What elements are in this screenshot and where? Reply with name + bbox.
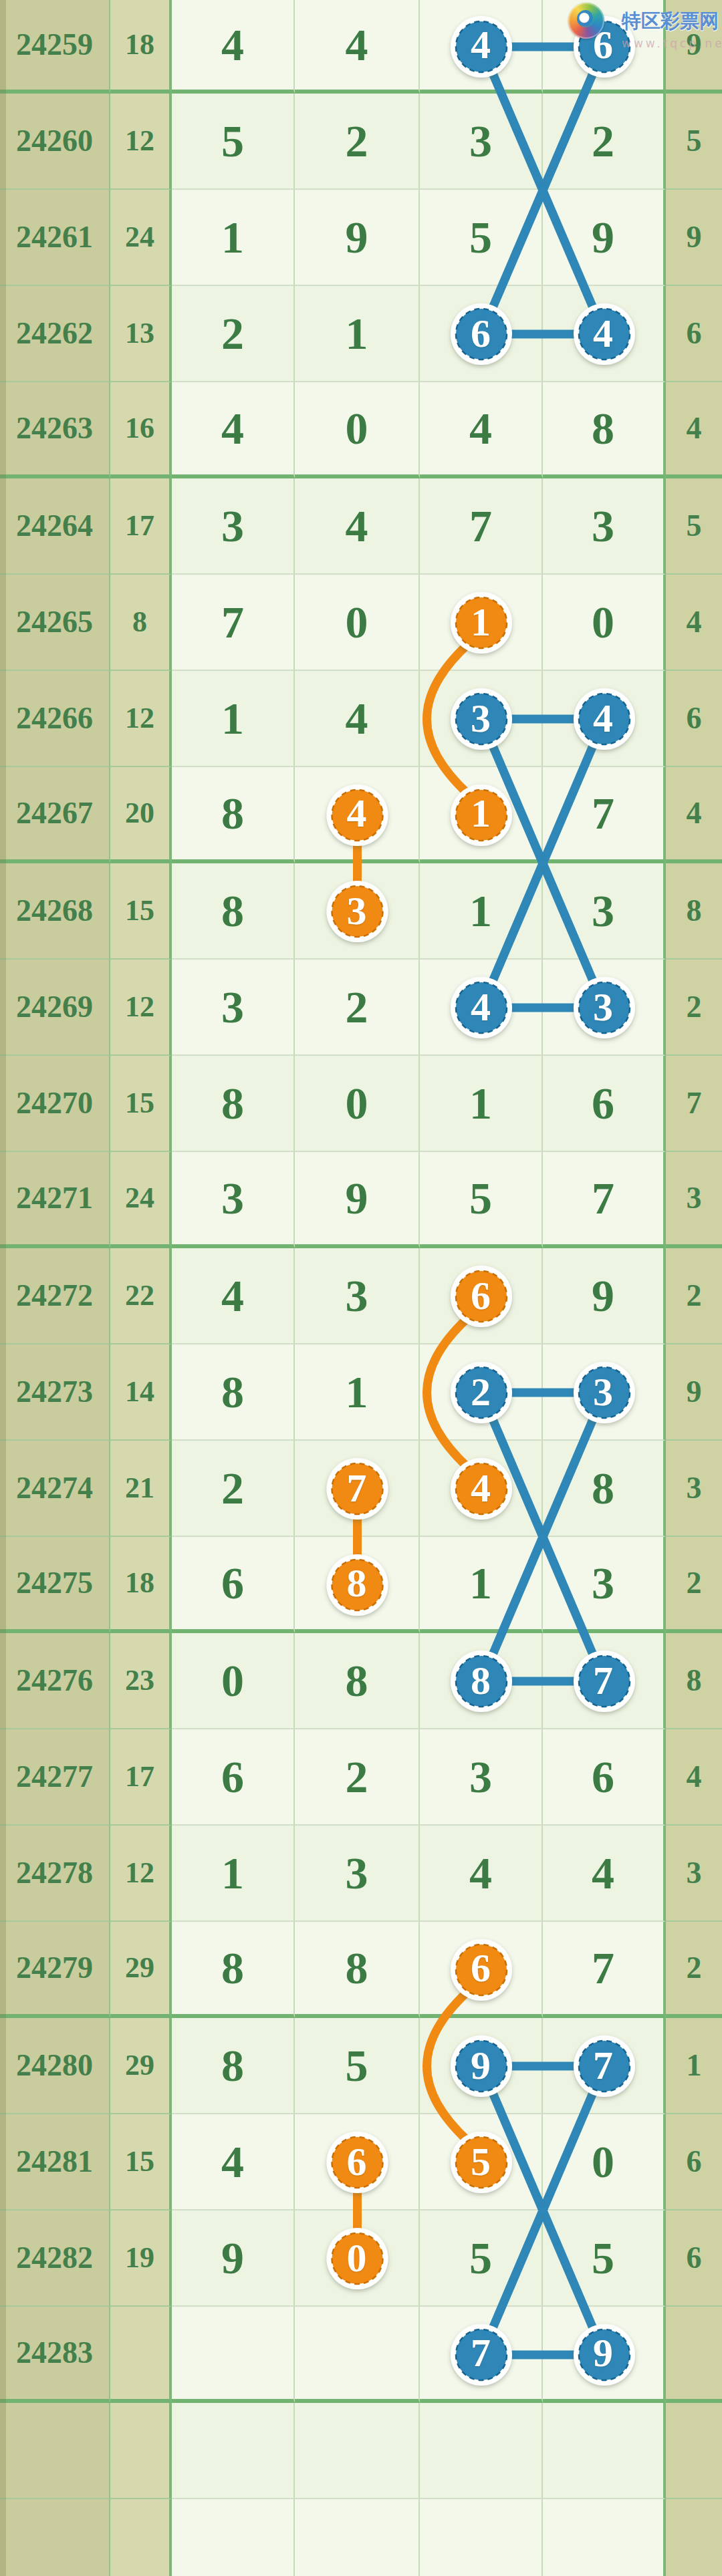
tail-digit-cell: 3 — [666, 1152, 722, 1248]
orange-circled-digit: 3 — [347, 891, 367, 931]
sum-cell: 15 — [110, 1056, 172, 1152]
cell-text: 24280 — [16, 2050, 93, 2081]
digit-cell: 3 — [420, 1729, 543, 1826]
digit-cell: 7 — [420, 2307, 543, 2403]
digit-cell: 0 — [172, 1633, 295, 1729]
tail-digit-cell: 6 — [666, 2210, 722, 2307]
cell-text: 24282 — [16, 2243, 93, 2273]
orange-circled-digit: 6 — [471, 1276, 491, 1316]
sum-cell: 22 — [110, 1248, 172, 1344]
empty-cell — [420, 2499, 543, 2576]
tail-digit-cell: 2 — [666, 1248, 722, 1344]
cell-text: 24276 — [16, 1665, 93, 1696]
digit-cell: 6 — [295, 2114, 420, 2210]
cell-text: 6 — [687, 318, 702, 349]
cell-text: 8 — [132, 607, 147, 637]
digit-cell: 5 — [543, 2210, 666, 2307]
digit-cell: 0 — [543, 2114, 666, 2210]
tail-digit-cell: 5 — [666, 94, 722, 190]
digit-cell: 3 — [543, 1344, 666, 1441]
digit-cell: 6 — [172, 1537, 295, 1633]
cell-text: 0 — [221, 1658, 244, 1703]
cell-text: 8 — [346, 1945, 368, 1991]
cell-text: 18 — [125, 1568, 154, 1598]
digit-cell: 6 — [420, 286, 543, 382]
orange-circled-digit: 8 — [347, 1563, 367, 1603]
cell-text: 8 — [687, 1665, 702, 1696]
digit-cell: 6 — [543, 1729, 666, 1826]
cell-text: 3 — [221, 503, 244, 549]
sum-cell: 13 — [110, 286, 172, 382]
digit-cell: 4 — [172, 382, 295, 478]
cell-text: 8 — [221, 2043, 244, 2088]
cell-text: 6 — [592, 1754, 614, 1800]
cell-text: 12 — [125, 992, 154, 1022]
period-cell: 24264 — [0, 478, 110, 575]
digit-cell: 6 — [543, 1056, 666, 1152]
cell-text: 7 — [592, 1175, 614, 1221]
period-cell: 24269 — [0, 960, 110, 1056]
digit-cell: 7 — [420, 478, 543, 575]
tail-digit-cell: 5 — [666, 478, 722, 575]
digit-cell: 8 — [172, 767, 295, 863]
digit-cell: 7 — [543, 1633, 666, 1729]
cell-text: 6 — [592, 1081, 614, 1126]
cell-text: 24261 — [16, 222, 93, 253]
cell-text: 5 — [592, 2235, 614, 2281]
sum-cell: 12 — [110, 94, 172, 190]
digit-cell: 4 — [172, 1248, 295, 1344]
sum-cell: 15 — [110, 863, 172, 960]
sum-cell: 29 — [110, 2018, 172, 2114]
period-cell: 24267 — [0, 767, 110, 863]
digit-cell: 1 — [420, 1056, 543, 1152]
cell-text: 9 — [346, 214, 368, 260]
digit-cell: 4 — [295, 478, 420, 575]
digit-cell: 4 — [295, 767, 420, 863]
digit-cell: 0 — [295, 575, 420, 671]
cell-text: 2 — [346, 1754, 368, 1800]
cell-text: 24 — [125, 223, 154, 252]
cell-text: 4 — [346, 696, 368, 741]
sum-cell: 15 — [110, 2114, 172, 2210]
tail-digit-cell: 3 — [666, 1441, 722, 1537]
digit-cell: 5 — [295, 2018, 420, 2114]
cell-text: 9 — [687, 222, 702, 253]
sum-cell: 12 — [110, 671, 172, 767]
digit-cell: 7 — [543, 1152, 666, 1248]
digit-cell: 0 — [295, 382, 420, 478]
period-cell: 24265 — [0, 575, 110, 671]
cell-text: 1 — [687, 2050, 702, 2081]
cell-text: 29 — [125, 1953, 154, 1983]
cell-text: 24260 — [16, 126, 93, 156]
blue-circled-digit: 2 — [471, 1372, 491, 1412]
tail-digit-cell: 8 — [666, 1633, 722, 1729]
tail-digit-cell: 6 — [666, 286, 722, 382]
empty-cell — [172, 2499, 295, 2576]
cell-text: 24264 — [16, 511, 93, 541]
digit-cell: 8 — [172, 2018, 295, 2114]
cell-text: 12 — [125, 1858, 154, 1888]
cell-text: 21 — [125, 1473, 154, 1503]
digit-cell: 1 — [172, 190, 295, 286]
cell-text: 15 — [125, 2147, 154, 2176]
site-watermark-text: 特区彩票网 www.tqcp.net — [622, 8, 722, 50]
digit-cell: 8 — [172, 1056, 295, 1152]
cell-text: 8 — [592, 406, 614, 451]
period-cell: 24261 — [0, 190, 110, 286]
cell-text: 9 — [592, 1273, 614, 1318]
digit-cell: 3 — [295, 1248, 420, 1344]
cell-text: 19 — [125, 2243, 154, 2273]
sum-cell: 23 — [110, 1633, 172, 1729]
cell-text: 0 — [346, 406, 368, 451]
cell-text: 24268 — [16, 895, 93, 926]
digit-cell: 3 — [172, 1152, 295, 1248]
site-logo-icon — [568, 3, 604, 39]
cell-text: 4 — [592, 1850, 614, 1896]
tail-digit-cell: 4 — [666, 382, 722, 478]
cell-text: 3 — [592, 888, 614, 934]
period-cell: 24263 — [0, 382, 110, 478]
cell-text: 8 — [346, 1658, 368, 1703]
digit-cell: 6 — [420, 1248, 543, 1344]
cell-text: 1 — [221, 214, 244, 260]
cell-text: 6 — [687, 2243, 702, 2273]
digit-cell: 4 — [172, 0, 295, 94]
sum-cell: 24 — [110, 1152, 172, 1248]
cell-text: 24278 — [16, 1858, 93, 1888]
orange-circled-digit: 4 — [471, 1468, 491, 1508]
digit-cell: 2 — [543, 94, 666, 190]
cell-text: 24263 — [16, 413, 93, 444]
orange-circled-digit: 6 — [347, 2142, 367, 2182]
cell-text: 20 — [125, 799, 154, 828]
cell-text: 2 — [221, 311, 244, 356]
digit-cell: 7 — [172, 575, 295, 671]
digit-cell: 5 — [172, 94, 295, 190]
cell-text: 4 — [687, 1761, 702, 1792]
orange-circled-digit: 6 — [471, 1948, 491, 1988]
site-url: www.tqcp.net — [622, 37, 722, 50]
digit-cell: 3 — [172, 478, 295, 575]
cell-text: 4 — [221, 22, 244, 67]
blue-circled-digit: 3 — [593, 1372, 613, 1412]
cell-text: 1 — [346, 1369, 368, 1415]
digit-cell: 9 — [295, 190, 420, 286]
digit-cell: 4 — [420, 1826, 543, 1922]
trend-grid: 2425918444692426012523252426124195992426… — [0, 0, 722, 2576]
orange-circled-digit: 0 — [347, 2238, 367, 2278]
digit-cell: 7 — [543, 2018, 666, 2114]
sum-cell: 18 — [110, 0, 172, 94]
period-cell: 24281 — [0, 2114, 110, 2210]
cell-text: 15 — [125, 896, 154, 925]
digit-cell: 1 — [420, 575, 543, 671]
cell-text: 22 — [125, 1281, 154, 1310]
cell-text: 2 — [592, 118, 614, 164]
period-cell: 24277 — [0, 1729, 110, 1826]
cell-text: 8 — [221, 1945, 244, 1991]
digit-cell: 4 — [295, 671, 420, 767]
orange-circled-digit: 1 — [471, 602, 491, 642]
sum-cell: 16 — [110, 382, 172, 478]
cell-text: 4 — [687, 413, 702, 444]
cell-text: 14 — [125, 1377, 154, 1407]
digit-cell: 9 — [295, 1152, 420, 1248]
tail-digit-cell — [666, 2307, 722, 2403]
digit-cell: 8 — [543, 1441, 666, 1537]
cell-text: 3 — [221, 1175, 244, 1221]
blue-circled-digit: 4 — [471, 25, 491, 65]
cell-text: 24281 — [16, 2146, 93, 2177]
cell-text: 2 — [346, 118, 368, 164]
digit-cell: 2 — [172, 1441, 295, 1537]
cell-text: 2 — [221, 1465, 244, 1511]
tail-digit-cell: 2 — [666, 1537, 722, 1633]
digit-cell: 1 — [420, 1537, 543, 1633]
period-cell: 24274 — [0, 1441, 110, 1537]
sum-cell: 19 — [110, 2210, 172, 2307]
digit-cell: 8 — [172, 1344, 295, 1441]
cell-text: 4 — [687, 798, 702, 829]
digit-cell: 8 — [295, 1633, 420, 1729]
period-cell: 24276 — [0, 1633, 110, 1729]
cell-text: 0 — [346, 599, 368, 645]
digit-cell: 3 — [420, 94, 543, 190]
digit-cell: 4 — [420, 382, 543, 478]
cell-text: 7 — [687, 1088, 702, 1119]
digit-cell: 3 — [543, 478, 666, 575]
period-cell: 24271 — [0, 1152, 110, 1248]
cell-text: 8 — [221, 888, 244, 934]
digit-cell: 3 — [295, 863, 420, 960]
blue-circled-digit: 8 — [471, 1661, 491, 1701]
digit-cell: 1 — [172, 1826, 295, 1922]
tail-digit-cell: 7 — [666, 1056, 722, 1152]
tail-digit-cell: 4 — [666, 767, 722, 863]
cell-text: 8 — [687, 895, 702, 926]
digit-cell: 7 — [543, 767, 666, 863]
cell-text: 0 — [592, 599, 614, 645]
orange-circled-digit: 7 — [347, 1468, 367, 1508]
site-watermark: 特区彩票网 www.tqcp.net — [568, 3, 722, 50]
digit-cell: 5 — [420, 1152, 543, 1248]
digit-cell: 4 — [295, 0, 420, 94]
digit-cell: 3 — [543, 863, 666, 960]
blue-circled-digit: 7 — [593, 1661, 613, 1701]
tail-digit-cell: 9 — [666, 190, 722, 286]
digit-cell: 2 — [295, 1729, 420, 1826]
digit-cell: 1 — [420, 863, 543, 960]
blue-circled-digit: 3 — [593, 987, 613, 1027]
digit-cell: 8 — [172, 1922, 295, 2018]
digit-cell: 3 — [543, 960, 666, 1056]
cell-text: 24272 — [16, 1280, 93, 1311]
cell-text: 6 — [687, 2146, 702, 2177]
tail-digit-cell: 8 — [666, 863, 722, 960]
tail-digit-cell: 1 — [666, 2018, 722, 2114]
cell-text: 3 — [469, 118, 492, 164]
cell-text: 9 — [687, 1377, 702, 1407]
digit-cell: 4 — [172, 2114, 295, 2210]
orange-circled-digit: 1 — [471, 793, 491, 833]
blue-circled-digit: 4 — [471, 987, 491, 1027]
digit-cell: 0 — [295, 2210, 420, 2307]
cell-text: 24279 — [16, 1953, 93, 1983]
tail-digit-cell: 6 — [666, 671, 722, 767]
digit-cell — [172, 2307, 295, 2403]
empty-cell — [110, 2499, 172, 2576]
period-cell: 24262 — [0, 286, 110, 382]
cell-text: 1 — [221, 1850, 244, 1896]
digit-cell: 5 — [420, 2114, 543, 2210]
cell-text: 2 — [346, 984, 368, 1030]
cell-text: 3 — [592, 503, 614, 549]
cell-text: 3 — [346, 1850, 368, 1896]
cell-text: 12 — [125, 126, 154, 156]
cell-text: 1 — [221, 696, 244, 741]
cell-text: 3 — [346, 1273, 368, 1318]
digit-cell: 4 — [543, 286, 666, 382]
cell-text: 3 — [687, 1183, 702, 1213]
cell-text: 3 — [221, 984, 244, 1030]
cell-text: 7 — [469, 503, 492, 549]
empty-cell — [295, 2499, 420, 2576]
empty-cell — [543, 2499, 666, 2576]
cell-text: 0 — [346, 1081, 368, 1126]
blue-circled-digit: 9 — [471, 2045, 491, 2086]
digit-cell: 4 — [420, 960, 543, 1056]
cell-text: 3 — [687, 1473, 702, 1504]
digit-cell: 3 — [420, 671, 543, 767]
digit-cell: 9 — [543, 1248, 666, 1344]
empty-cell — [543, 2403, 666, 2499]
cell-text: 0 — [592, 2139, 614, 2184]
blue-circled-digit: 4 — [593, 698, 613, 738]
cell-text: 24271 — [16, 1183, 93, 1213]
cell-text: 24267 — [16, 798, 93, 829]
cell-text: 29 — [125, 2051, 154, 2080]
cell-text: 24269 — [16, 992, 93, 1022]
period-cell: 24268 — [0, 863, 110, 960]
digit-cell: 1 — [295, 286, 420, 382]
site-name: 特区彩票网 — [622, 8, 722, 35]
cell-text: 24265 — [16, 607, 93, 637]
digit-cell: 3 — [543, 1537, 666, 1633]
cell-text: 24 — [125, 1183, 154, 1213]
empty-cell — [0, 2403, 110, 2499]
digit-cell: 5 — [420, 2210, 543, 2307]
digit-cell: 8 — [420, 1633, 543, 1729]
sum-cell: 21 — [110, 1441, 172, 1537]
digit-cell: 6 — [172, 1729, 295, 1826]
sum-cell — [110, 2307, 172, 2403]
cell-text: 18 — [125, 30, 154, 59]
tail-digit-cell: 4 — [666, 1729, 722, 1826]
tail-digit-cell: 2 — [666, 960, 722, 1056]
digit-cell: 2 — [420, 1344, 543, 1441]
cell-text: 2 — [687, 1953, 702, 1983]
orange-circled-digit: 4 — [347, 793, 367, 833]
digit-cell: 8 — [172, 863, 295, 960]
cell-text: 9 — [592, 214, 614, 260]
digit-cell: 1 — [295, 1344, 420, 1441]
cell-text: 4 — [469, 406, 492, 451]
cell-text: 12 — [125, 704, 154, 733]
digit-cell: 1 — [172, 671, 295, 767]
cell-text: 8 — [221, 1369, 244, 1415]
cell-text: 17 — [125, 1762, 154, 1792]
cell-text: 16 — [125, 414, 154, 443]
tail-digit-cell: 2 — [666, 1922, 722, 2018]
sum-cell: 17 — [110, 1729, 172, 1826]
blue-circled-digit: 7 — [471, 2333, 491, 2373]
cell-text: 4 — [346, 503, 368, 549]
digit-cell: 4 — [420, 1441, 543, 1537]
period-cell: 24260 — [0, 94, 110, 190]
empty-cell — [420, 2403, 543, 2499]
period-cell: 24280 — [0, 2018, 110, 2114]
digit-cell: 9 — [543, 190, 666, 286]
tail-digit-cell: 9 — [666, 1344, 722, 1441]
cell-text: 5 — [469, 1175, 492, 1221]
cell-text: 24275 — [16, 1568, 93, 1598]
empty-cell — [666, 2499, 722, 2576]
tail-digit-cell: 4 — [666, 575, 722, 671]
empty-cell — [666, 2403, 722, 2499]
cell-text: 3 — [687, 1858, 702, 1888]
cell-text: 6 — [687, 703, 702, 734]
cell-text: 24270 — [16, 1088, 93, 1119]
blue-circled-digit: 9 — [593, 2333, 613, 2373]
digit-cell: 2 — [295, 94, 420, 190]
digit-cell: 3 — [295, 1826, 420, 1922]
cell-text: 4 — [221, 1273, 244, 1318]
empty-cell — [295, 2403, 420, 2499]
period-cell: 24282 — [0, 2210, 110, 2307]
sum-cell: 12 — [110, 960, 172, 1056]
cell-text: 5 — [221, 118, 244, 164]
cell-text: 5 — [687, 126, 702, 156]
digit-cell: 0 — [295, 1056, 420, 1152]
period-cell: 24283 — [0, 2307, 110, 2403]
digit-cell: 2 — [172, 286, 295, 382]
cell-text: 1 — [469, 1560, 492, 1606]
digit-cell: 8 — [295, 1537, 420, 1633]
sum-cell: 12 — [110, 1826, 172, 1922]
blue-circled-digit: 7 — [593, 2045, 613, 2086]
cell-text: 8 — [221, 791, 244, 836]
cell-text: 4 — [469, 1850, 492, 1896]
digit-cell: 6 — [420, 1922, 543, 2018]
digit-cell: 0 — [543, 575, 666, 671]
blue-circled-digit: 6 — [471, 313, 491, 353]
digit-cell — [295, 2307, 420, 2403]
empty-cell — [110, 2403, 172, 2499]
digit-cell: 9 — [420, 2018, 543, 2114]
sum-cell: 17 — [110, 478, 172, 575]
cell-text: 24266 — [16, 703, 93, 734]
sum-cell: 20 — [110, 767, 172, 863]
digit-cell: 8 — [295, 1922, 420, 2018]
cell-text: 2 — [687, 1568, 702, 1598]
cell-text: 1 — [469, 888, 492, 934]
period-cell: 24275 — [0, 1537, 110, 1633]
sum-cell: 18 — [110, 1537, 172, 1633]
cell-text: 5 — [469, 2235, 492, 2281]
